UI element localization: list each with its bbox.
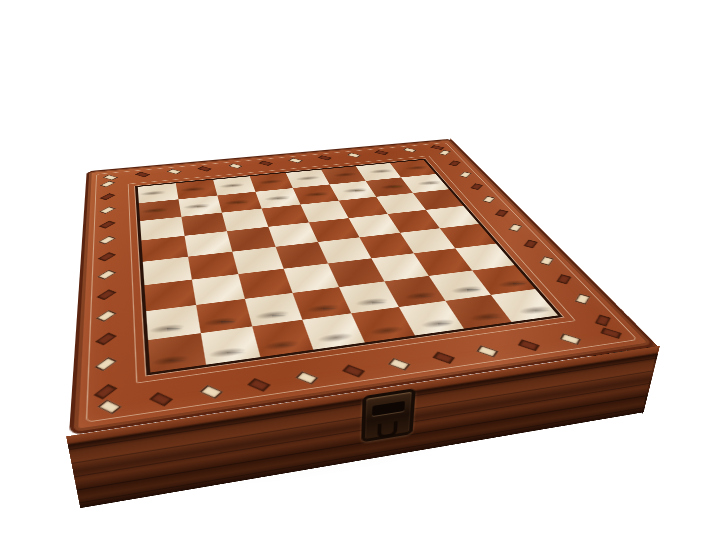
inlay-diamond (96, 310, 117, 322)
inlay-diamond (167, 169, 182, 174)
inlay-diamond (97, 270, 116, 280)
inlay-diamond (482, 196, 495, 203)
inlay-diamond (103, 175, 118, 181)
inlay-diamond (518, 339, 540, 351)
latch-clasp[interactable] (361, 388, 416, 442)
inlay-diamond (100, 193, 116, 200)
inlay-diamond (296, 371, 319, 384)
inlay-diamond (98, 236, 116, 245)
inlay-diamond (100, 181, 115, 187)
inlay-diamond (575, 293, 590, 304)
inlay-diamond (470, 183, 483, 190)
inlay-diamond (259, 161, 273, 166)
chess-box: ♜♞♝♛♚♝♞♜♟♟♟♟♟♟♟♟♟♟♟♟♟♟♟♟♜♞♝♛♚♝♞♜ (69, 139, 658, 436)
inlay-diamond (288, 158, 302, 163)
inlay-diamond (98, 252, 116, 261)
inlay-diamond (99, 207, 115, 214)
inlay-diamond (595, 315, 611, 327)
inlay-diamond (439, 150, 451, 155)
inlay-diamond (248, 378, 271, 392)
inlay-diamond (388, 358, 410, 371)
inlay-diamond (449, 160, 461, 166)
inlay-diamond (198, 166, 213, 171)
inlay-diamond (459, 172, 471, 178)
silver-rook-glyph: ♜ (127, 309, 213, 365)
inlay-diamond (432, 352, 454, 364)
inlay-diamond (403, 148, 417, 153)
inlay-diamond (342, 365, 365, 378)
inlay-diamond (228, 163, 243, 168)
inlay-diamond (375, 150, 389, 155)
inlay-diamond (495, 210, 508, 217)
clasp-bar (372, 401, 405, 416)
clasp-hook (377, 421, 397, 439)
inlay-diamond (199, 385, 223, 399)
inlay-diamond (95, 357, 117, 371)
inlay-diamond (509, 224, 523, 232)
inlay-diamond (94, 384, 118, 399)
inlay-diamond (99, 221, 116, 229)
inlay-diamond (560, 333, 581, 344)
inlay-diamond (97, 289, 117, 300)
inlay-diamond (600, 328, 621, 339)
inlay-diamond (95, 332, 116, 345)
inlay-border-left (95, 181, 116, 397)
product-photo-scene: ♜♞♝♛♚♝♞♜♟♟♟♟♟♟♟♟♟♟♟♟♟♟♟♟♜♞♝♛♚♝♞♜ (0, 0, 713, 535)
inlay-diamond (476, 345, 498, 357)
inlay-diamond (318, 155, 332, 160)
inlay-diamond (149, 392, 173, 406)
inlay-diamond (135, 172, 150, 178)
inlay-diamond (98, 400, 122, 415)
inlay-diamond (346, 153, 360, 158)
